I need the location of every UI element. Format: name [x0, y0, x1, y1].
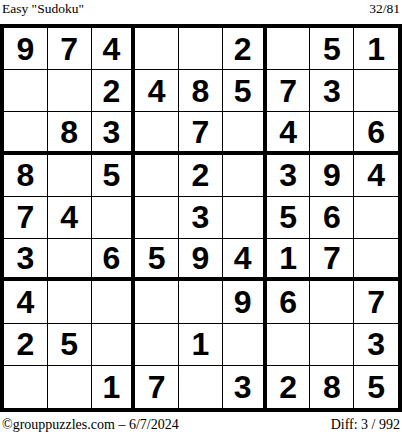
cell-r4c5: 2 [179, 155, 223, 197]
cell-r1c3: 4 [92, 28, 136, 70]
cell-r7c8[interactable] [310, 281, 354, 323]
cell-r3c1[interactable] [4, 112, 48, 154]
cell-r4c8: 9 [310, 155, 354, 197]
cell-r6c5: 9 [179, 239, 223, 281]
cell-r2c8: 3 [310, 70, 354, 112]
cell-r7c1: 4 [4, 281, 48, 323]
footer: ©grouppuzzles.com – 6/7/2024 Diff: 3 / 9… [0, 412, 402, 437]
cell-r6c3: 6 [92, 239, 136, 281]
cell-r9c8: 8 [310, 366, 354, 408]
cell-r5c6[interactable] [223, 197, 267, 239]
cell-r9c5[interactable] [179, 366, 223, 408]
cell-r1c7[interactable] [267, 28, 311, 70]
cell-r8c2: 5 [48, 324, 92, 366]
cell-r3c6[interactable] [223, 112, 267, 154]
cell-r4c7: 3 [267, 155, 311, 197]
cell-r3c3: 3 [92, 112, 136, 154]
cell-r2c1[interactable] [4, 70, 48, 112]
cell-r9c2[interactable] [48, 366, 92, 408]
cell-r6c2[interactable] [48, 239, 92, 281]
cell-r6c7: 1 [267, 239, 311, 281]
cell-r4c6[interactable] [223, 155, 267, 197]
cell-r3c4[interactable] [135, 112, 179, 154]
cell-r7c3[interactable] [92, 281, 136, 323]
cell-r6c9[interactable] [354, 239, 398, 281]
cell-r8c8[interactable] [310, 324, 354, 366]
puzzle-page: Easy "Sudoku" 32/81 97425124857383746852… [0, 0, 402, 437]
copyright: ©grouppuzzles.com – 6/7/2024 [2, 417, 179, 433]
cell-r9c7: 2 [267, 366, 311, 408]
cell-r8c7[interactable] [267, 324, 311, 366]
cell-r4c4[interactable] [135, 155, 179, 197]
cell-r9c3: 1 [92, 366, 136, 408]
cell-r9c6: 3 [223, 366, 267, 408]
cell-r5c3[interactable] [92, 197, 136, 239]
cell-r7c4[interactable] [135, 281, 179, 323]
cell-r1c4[interactable] [135, 28, 179, 70]
cell-r4c3: 5 [92, 155, 136, 197]
cell-r2c6: 5 [223, 70, 267, 112]
cell-r8c4[interactable] [135, 324, 179, 366]
cell-r2c7: 7 [267, 70, 311, 112]
cell-r3c7: 4 [267, 112, 311, 154]
cell-r3c8[interactable] [310, 112, 354, 154]
sudoku-board: 9742512485738374685239474356365941749672… [0, 24, 402, 412]
cell-r5c4[interactable] [135, 197, 179, 239]
cell-r5c2: 4 [48, 197, 92, 239]
cell-r5c8: 6 [310, 197, 354, 239]
cell-r3c2: 8 [48, 112, 92, 154]
cell-r5c1: 7 [4, 197, 48, 239]
cell-r2c5: 8 [179, 70, 223, 112]
cell-r3c9: 6 [354, 112, 398, 154]
cell-r2c2[interactable] [48, 70, 92, 112]
cell-r6c4: 5 [135, 239, 179, 281]
cell-r5c5: 3 [179, 197, 223, 239]
cell-r2c9[interactable] [354, 70, 398, 112]
cell-r9c1[interactable] [4, 366, 48, 408]
cell-r2c4: 4 [135, 70, 179, 112]
cell-r8c9: 3 [354, 324, 398, 366]
cell-r7c7: 6 [267, 281, 311, 323]
cell-r8c3[interactable] [92, 324, 136, 366]
difficulty: Diff: 3 / 992 [331, 417, 400, 433]
cell-r8c6[interactable] [223, 324, 267, 366]
cell-r7c9: 7 [354, 281, 398, 323]
empty-count: 32/81 [369, 1, 400, 16]
cell-r5c9[interactable] [354, 197, 398, 239]
cell-r1c1: 9 [4, 28, 48, 70]
cell-r1c5[interactable] [179, 28, 223, 70]
cell-r8c1: 2 [4, 324, 48, 366]
cell-r4c1: 8 [4, 155, 48, 197]
cell-r8c5: 1 [179, 324, 223, 366]
cell-r1c6: 2 [223, 28, 267, 70]
cell-r4c9: 4 [354, 155, 398, 197]
cell-r6c1: 3 [4, 239, 48, 281]
cell-r9c9: 5 [354, 366, 398, 408]
cell-r1c9: 1 [354, 28, 398, 70]
cell-r7c5[interactable] [179, 281, 223, 323]
cell-r9c4: 7 [135, 366, 179, 408]
cell-r6c6: 4 [223, 239, 267, 281]
cell-r7c6: 9 [223, 281, 267, 323]
cell-r1c2: 7 [48, 28, 92, 70]
cell-r2c3: 2 [92, 70, 136, 112]
puzzle-title: Easy "Sudoku" [2, 1, 84, 16]
cell-r6c8: 7 [310, 239, 354, 281]
cell-r1c8: 5 [310, 28, 354, 70]
header: Easy "Sudoku" 32/81 [0, 0, 402, 24]
cell-r3c5: 7 [179, 112, 223, 154]
cell-r7c2[interactable] [48, 281, 92, 323]
cell-r5c7: 5 [267, 197, 311, 239]
cell-r4c2[interactable] [48, 155, 92, 197]
